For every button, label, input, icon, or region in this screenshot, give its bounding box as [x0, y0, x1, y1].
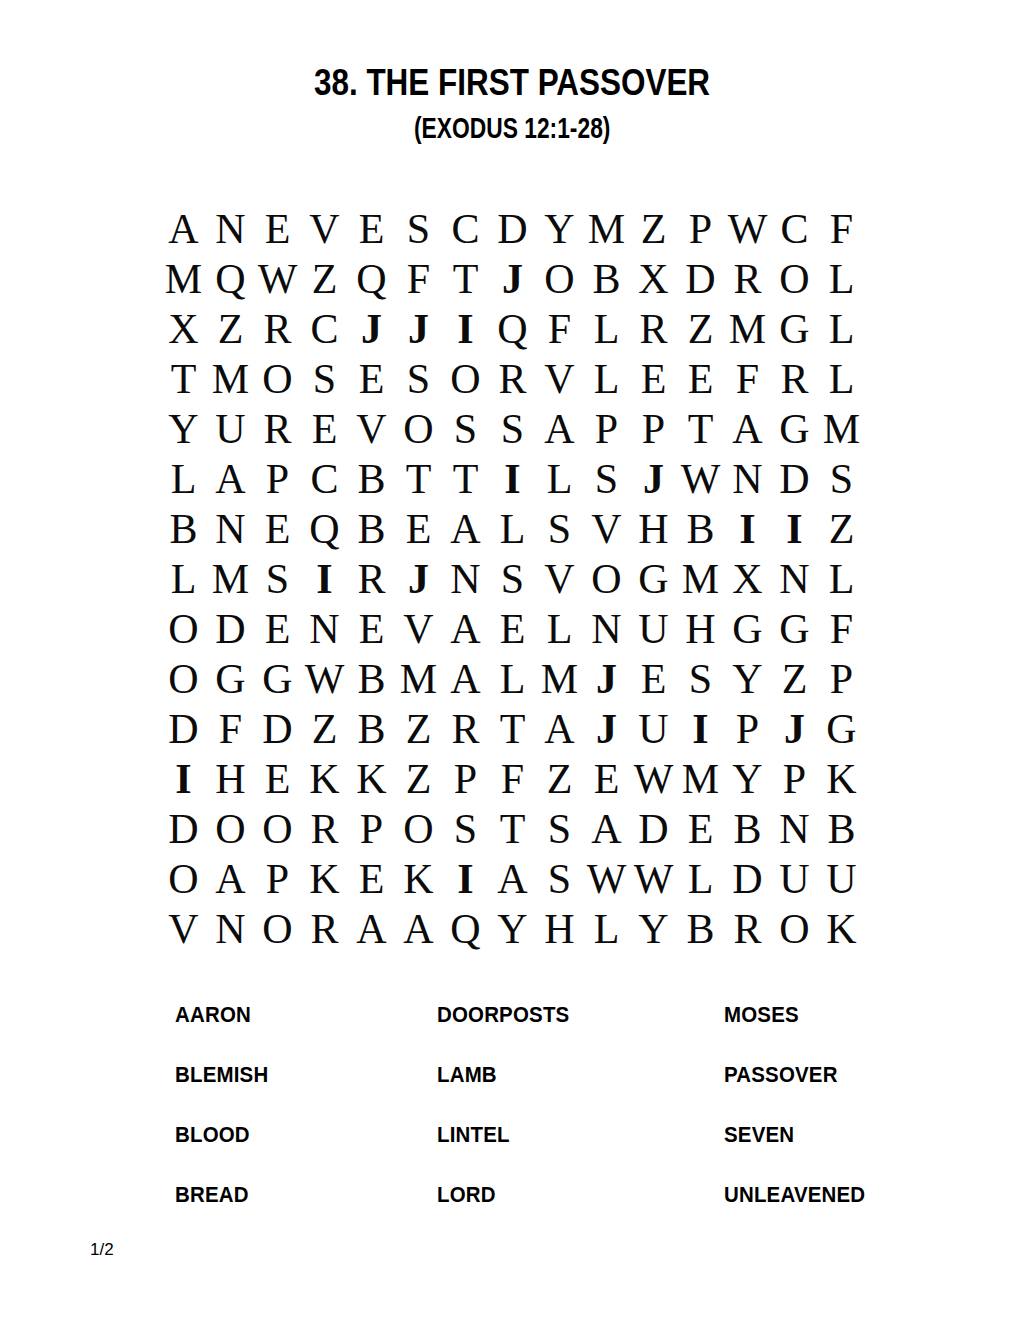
grid-cell: L: [818, 304, 865, 354]
grid-cell: D: [207, 604, 254, 654]
grid-cell: E: [489, 604, 536, 654]
grid-cell: O: [771, 254, 818, 304]
grid-cell: G: [771, 604, 818, 654]
grid-cell: X: [160, 304, 207, 354]
grid-cell: T: [442, 254, 489, 304]
word-list-item-label: LAMB: [437, 1064, 497, 1086]
grid-cell: Z: [771, 654, 818, 704]
grid-cell: E: [254, 204, 301, 254]
grid-cell: S: [489, 554, 536, 604]
worksheet-page: 38. THE FIRST PASSOVER (EXODUS 12:1-28) …: [0, 0, 1024, 1325]
grid-cell: M: [395, 654, 442, 704]
grid-cell: L: [818, 354, 865, 404]
grid-cell: G: [254, 654, 301, 704]
grid-cell: S: [301, 354, 348, 404]
grid-cell: W: [301, 654, 348, 704]
grid-cell: I: [724, 504, 771, 554]
grid-cell: L: [160, 554, 207, 604]
grid-cell: X: [630, 254, 677, 304]
grid-cell: Q: [348, 254, 395, 304]
grid-cell: O: [254, 354, 301, 404]
grid-cell: L: [818, 254, 865, 304]
grid-cell: H: [536, 904, 583, 954]
grid-cell: W: [630, 754, 677, 804]
word-list-item-label: LINTEL: [437, 1124, 510, 1146]
grid-cell: H: [677, 604, 724, 654]
grid-cell: M: [207, 554, 254, 604]
grid-cell: F: [818, 204, 865, 254]
grid-cell: T: [160, 354, 207, 404]
grid-cell: O: [160, 654, 207, 704]
word-list-item: DOORPOSTS: [437, 985, 724, 1045]
grid-cell: D: [160, 704, 207, 754]
grid-cell: Z: [207, 304, 254, 354]
grid-cell: I: [160, 754, 207, 804]
grid-cell: Z: [630, 204, 677, 254]
grid-cell: E: [630, 354, 677, 404]
grid-cell: M: [536, 654, 583, 704]
grid-cell: A: [583, 804, 630, 854]
grid-cell: L: [489, 504, 536, 554]
grid-cell: Z: [677, 304, 724, 354]
grid-cell: F: [818, 604, 865, 654]
grid-cell: M: [583, 204, 630, 254]
grid-cell: K: [818, 754, 865, 804]
grid-cell: B: [583, 254, 630, 304]
grid-cell: O: [160, 604, 207, 654]
grid-cell: E: [254, 604, 301, 654]
grid-cell: P: [677, 204, 724, 254]
word-list-item-label: BLEMISH: [175, 1064, 268, 1086]
grid-cell: R: [301, 904, 348, 954]
grid-cell: C: [301, 304, 348, 354]
grid-cell: I: [489, 454, 536, 504]
grid-cell: K: [818, 904, 865, 954]
word-list-item-label: BREAD: [175, 1184, 249, 1206]
grid-cell: S: [536, 804, 583, 854]
grid-cell: X: [724, 554, 771, 604]
grid-cell: G: [818, 704, 865, 754]
grid-cell: P: [724, 704, 771, 754]
grid-cell: M: [160, 254, 207, 304]
word-list-item: BLOOD: [175, 1105, 437, 1165]
grid-cell: E: [677, 804, 724, 854]
grid-cell: G: [630, 554, 677, 604]
grid-cell: R: [771, 354, 818, 404]
grid-cell: D: [771, 454, 818, 504]
grid-cell: O: [207, 804, 254, 854]
grid-cell: P: [630, 404, 677, 454]
grid-cell: S: [442, 404, 489, 454]
grid-cell: V: [395, 604, 442, 654]
word-list-item: BREAD: [175, 1165, 437, 1225]
grid-cell: L: [160, 454, 207, 504]
grid-cell: F: [489, 754, 536, 804]
grid-cell: P: [771, 754, 818, 804]
grid-cell: Q: [301, 504, 348, 554]
grid-cell: S: [818, 454, 865, 504]
grid-cell: B: [348, 454, 395, 504]
grid-cell: H: [207, 754, 254, 804]
grid-cell: I: [301, 554, 348, 604]
grid-cell: R: [254, 404, 301, 454]
grid-cell: N: [771, 554, 818, 604]
grid-cell: U: [818, 854, 865, 904]
grid-cell: T: [442, 454, 489, 504]
grid-cell: A: [724, 404, 771, 454]
grid-cell: K: [301, 854, 348, 904]
grid-cell: M: [677, 754, 724, 804]
grid-cell: A: [207, 454, 254, 504]
grid-cell: J: [395, 554, 442, 604]
grid-cell: G: [724, 604, 771, 654]
grid-cell: Y: [724, 654, 771, 704]
word-list-item-label: BLOOD: [175, 1124, 250, 1146]
grid-cell: J: [771, 704, 818, 754]
grid-cell: D: [254, 704, 301, 754]
grid-cell: S: [677, 654, 724, 704]
grid-cell: V: [536, 554, 583, 604]
word-list-item-label: MOSES: [724, 1004, 799, 1026]
grid-cell: P: [348, 804, 395, 854]
puzzle-subtitle: (EXODUS 12:1-28): [414, 113, 610, 143]
grid-cell: V: [160, 904, 207, 954]
grid-cell: R: [724, 904, 771, 954]
puzzle-title: 38. THE FIRST PASSOVER: [314, 64, 710, 101]
grid-cell: Z: [395, 754, 442, 804]
grid-cell: E: [254, 504, 301, 554]
grid-cell: N: [207, 504, 254, 554]
grid-cell: L: [536, 604, 583, 654]
grid-cell: D: [677, 254, 724, 304]
grid-cell: Z: [536, 754, 583, 804]
grid-cell: B: [348, 504, 395, 554]
word-list-item: PASSOVER: [724, 1045, 1024, 1105]
word-list-item: AARON: [175, 985, 437, 1045]
grid-cell: I: [442, 854, 489, 904]
grid-cell: O: [442, 354, 489, 404]
grid-cell: F: [395, 254, 442, 304]
grid-cell: Q: [442, 904, 489, 954]
word-list-item: LORD: [437, 1165, 724, 1225]
grid-cell: E: [630, 654, 677, 704]
word-list-item-label: LORD: [437, 1184, 496, 1206]
grid-cell: P: [442, 754, 489, 804]
word-list: AARONDOORPOSTSMOSESBLEMISHLAMBPASSOVERBL…: [175, 985, 1024, 1225]
grid-cell: Z: [818, 504, 865, 554]
grid-cell: Y: [489, 904, 536, 954]
grid-cell: K: [301, 754, 348, 804]
grid-cell: N: [771, 804, 818, 854]
grid-cell: L: [489, 654, 536, 704]
grid-cell: Z: [301, 704, 348, 754]
grid-cell: U: [771, 854, 818, 904]
grid-cell: Z: [301, 254, 348, 304]
grid-cell: M: [818, 404, 865, 454]
grid-cell: U: [207, 404, 254, 454]
grid-cell: A: [536, 404, 583, 454]
word-list-item: LINTEL: [437, 1105, 724, 1165]
grid-cell: Y: [724, 754, 771, 804]
grid-cell: E: [348, 854, 395, 904]
grid-cell: Z: [395, 704, 442, 754]
grid-cell: R: [254, 304, 301, 354]
grid-cell: I: [677, 704, 724, 754]
grid-cell: V: [583, 504, 630, 554]
grid-cell: W: [583, 854, 630, 904]
puzzle-subtitle-row: (EXODUS 12:1-28): [0, 113, 1024, 143]
word-list-item: UNLEAVENED: [724, 1165, 1024, 1225]
grid-cell: M: [677, 554, 724, 604]
grid-cell: L: [583, 354, 630, 404]
grid-cell: U: [630, 604, 677, 654]
grid-cell: J: [630, 454, 677, 504]
grid-cell: L: [536, 454, 583, 504]
grid-cell: C: [301, 454, 348, 504]
grid-cell: O: [395, 804, 442, 854]
grid-cell: E: [677, 354, 724, 404]
grid-cell: S: [583, 454, 630, 504]
grid-cell: L: [818, 554, 865, 604]
word-list-item-label: UNLEAVENED: [724, 1184, 865, 1206]
grid-cell: N: [207, 904, 254, 954]
grid-cell: I: [771, 504, 818, 554]
grid-cell: O: [395, 404, 442, 454]
grid-cell: W: [254, 254, 301, 304]
grid-cell: B: [724, 804, 771, 854]
page-indicator: 1/2: [90, 1240, 114, 1260]
grid-cell: N: [301, 604, 348, 654]
grid-cell: C: [442, 204, 489, 254]
grid-cell: G: [771, 404, 818, 454]
grid-cell: E: [348, 204, 395, 254]
grid-cell: A: [442, 504, 489, 554]
grid-cell: K: [395, 854, 442, 904]
grid-cell: F: [207, 704, 254, 754]
grid-cell: R: [724, 254, 771, 304]
word-list-item: MOSES: [724, 985, 1024, 1045]
puzzle-title-row: 38. THE FIRST PASSOVER: [0, 64, 1024, 101]
grid-cell: D: [160, 804, 207, 854]
grid-cell: J: [348, 304, 395, 354]
grid-cell: L: [583, 304, 630, 354]
grid-cell: J: [395, 304, 442, 354]
grid-cell: N: [207, 204, 254, 254]
grid-cell: P: [254, 854, 301, 904]
grid-cell: V: [301, 204, 348, 254]
word-list-item: SEVEN: [724, 1105, 1024, 1165]
grid-cell: E: [348, 604, 395, 654]
grid-cell: O: [254, 804, 301, 854]
grid-cell: S: [395, 204, 442, 254]
grid-cell: L: [583, 904, 630, 954]
grid-cell: F: [724, 354, 771, 404]
grid-cell: Y: [160, 404, 207, 454]
grid-cell: S: [536, 504, 583, 554]
grid-cell: E: [301, 404, 348, 454]
grid-cell: Y: [536, 204, 583, 254]
grid-cell: W: [724, 204, 771, 254]
grid-cell: O: [160, 854, 207, 904]
grid-cell: D: [489, 204, 536, 254]
grid-cell: O: [583, 554, 630, 604]
grid-cell: E: [254, 754, 301, 804]
grid-cell: T: [489, 704, 536, 754]
grid-cell: V: [536, 354, 583, 404]
grid-cell: K: [348, 754, 395, 804]
grid-cell: U: [630, 704, 677, 754]
grid-cell: D: [630, 804, 677, 854]
grid-cell: E: [395, 504, 442, 554]
grid-cell: N: [583, 604, 630, 654]
grid-cell: M: [207, 354, 254, 404]
grid-cell: E: [348, 354, 395, 404]
grid-cell: A: [160, 204, 207, 254]
grid-cell: R: [348, 554, 395, 604]
grid-cell: D: [724, 854, 771, 904]
grid-cell: C: [771, 204, 818, 254]
word-search-grid: ANEVESCDYMZPWCFMQWZQFTJOBXDROLXZRCJJIQFL…: [160, 204, 865, 954]
grid-cell: V: [348, 404, 395, 454]
grid-cell: P: [818, 654, 865, 704]
grid-cell: A: [348, 904, 395, 954]
grid-cell: T: [489, 804, 536, 854]
word-list-item: LAMB: [437, 1045, 724, 1105]
grid-cell: B: [677, 504, 724, 554]
grid-cell: R: [630, 304, 677, 354]
word-list-item-label: PASSOVER: [724, 1064, 838, 1086]
grid-cell: S: [395, 354, 442, 404]
grid-cell: O: [771, 904, 818, 954]
grid-cell: A: [395, 904, 442, 954]
grid-cell: F: [536, 304, 583, 354]
grid-cell: S: [254, 554, 301, 604]
word-list-item-label: SEVEN: [724, 1124, 794, 1146]
grid-cell: T: [395, 454, 442, 504]
grid-cell: R: [301, 804, 348, 854]
grid-cell: B: [348, 704, 395, 754]
grid-cell: A: [207, 854, 254, 904]
grid-cell: S: [536, 854, 583, 904]
word-list-item-label: AARON: [175, 1004, 251, 1026]
grid-cell: W: [677, 454, 724, 504]
grid-cell: M: [724, 304, 771, 354]
grid-cell: A: [489, 854, 536, 904]
grid-cell: L: [677, 854, 724, 904]
grid-cell: Q: [489, 304, 536, 354]
grid-cell: Q: [207, 254, 254, 304]
grid-cell: E: [583, 754, 630, 804]
grid-cell: S: [442, 804, 489, 854]
grid-cell: J: [583, 654, 630, 704]
grid-cell: N: [724, 454, 771, 504]
grid-cell: W: [630, 854, 677, 904]
grid-cell: B: [160, 504, 207, 554]
grid-cell: S: [489, 404, 536, 454]
grid-cell: T: [677, 404, 724, 454]
grid-cell: P: [254, 454, 301, 504]
grid-cell: H: [630, 504, 677, 554]
grid-cell: B: [818, 804, 865, 854]
word-list-item-label: DOORPOSTS: [437, 1004, 569, 1026]
grid-cell: O: [536, 254, 583, 304]
word-list-item: BLEMISH: [175, 1045, 437, 1105]
grid-cell: A: [536, 704, 583, 754]
grid-cell: B: [348, 654, 395, 704]
grid-cell: I: [442, 304, 489, 354]
grid-cell: J: [489, 254, 536, 304]
grid-cell: G: [207, 654, 254, 704]
grid-cell: R: [489, 354, 536, 404]
grid-cell: J: [583, 704, 630, 754]
grid-cell: A: [442, 604, 489, 654]
grid-cell: N: [442, 554, 489, 604]
grid-cell: A: [442, 654, 489, 704]
grid-cell: Y: [630, 904, 677, 954]
grid-cell: P: [583, 404, 630, 454]
grid-cell: B: [677, 904, 724, 954]
grid-cell: G: [771, 304, 818, 354]
grid-cell: R: [442, 704, 489, 754]
grid-cell: O: [254, 904, 301, 954]
